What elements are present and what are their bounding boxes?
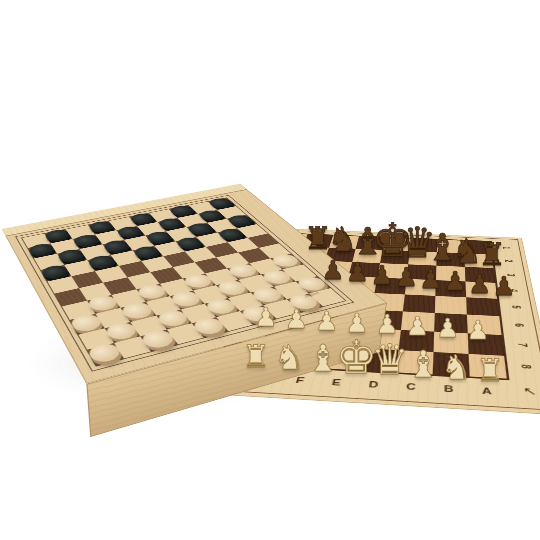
- draughts-square-r9c3: [131, 315, 167, 336]
- draughts-square-r9c1: [78, 328, 114, 350]
- product-photo-stage: HGFEDCBA 12345678 ↖ Jeujura ♜♞♝♚♛♝♞♜♟♟♟♟…: [0, 0, 540, 540]
- cream-checker: [86, 294, 121, 314]
- light-knight: ♞: [274, 340, 304, 374]
- cream-checker: [190, 315, 228, 336]
- draughts-square-r9c6: [204, 298, 240, 317]
- draughts-square-r7c6: [183, 273, 217, 290]
- draughts-square-r8c10: [282, 265, 316, 282]
- cream-checker: [215, 279, 251, 297]
- cream-checker: [168, 289, 204, 308]
- draughts-square-r8c8: [239, 275, 273, 292]
- draughts-square-r8c5: [170, 291, 205, 310]
- light-knight: ♞: [441, 350, 471, 384]
- draughts-square-r5c4: [118, 261, 150, 277]
- light-bishop: ♝: [407, 346, 440, 383]
- draughts-square-r6c1: [55, 288, 88, 306]
- rank-label-8: 8: [506, 356, 540, 377]
- draughts-square-r8c6: [193, 285, 228, 303]
- draughts-square-r7c3: [112, 289, 146, 308]
- light-rook: ♜: [476, 355, 504, 386]
- rank-label-6: 6: [501, 317, 537, 335]
- dark-pawn: ♟: [419, 266, 442, 292]
- draughts-square-r7c2: [87, 295, 121, 314]
- draughts-square-r8c7: [216, 280, 250, 298]
- cream-checker: [103, 320, 140, 342]
- light-rook: ♜: [242, 341, 270, 372]
- dark-pawn: ♟: [492, 273, 515, 299]
- draughts-square-r5c3: [95, 266, 127, 283]
- light-pawn: ♟: [285, 305, 308, 331]
- dark-pawn: ♟: [370, 261, 393, 287]
- draughts-square-r6c6: [173, 262, 206, 278]
- draughts-square-r10c6: [216, 311, 253, 331]
- dark-pawn: ♟: [395, 263, 418, 289]
- draughts-square-r9c5: [180, 304, 216, 324]
- dark-rook: ♜: [478, 239, 506, 270]
- draughts-square-r5c2: [72, 271, 104, 288]
- rank-label-7: 7: [503, 335, 540, 354]
- draughts-square-r6c5: [150, 267, 183, 284]
- draughts-square-r9c2: [105, 322, 141, 343]
- draughts-square-r6c4: [127, 272, 160, 289]
- light-pawn: ♟: [254, 304, 277, 330]
- cream-checker: [86, 341, 124, 365]
- dark-pawn: ♟: [443, 268, 466, 294]
- draughts-square-r5c1: [47, 276, 79, 294]
- dark-pawn: ♟: [346, 259, 369, 285]
- draughts-square-r8c4: [146, 296, 181, 315]
- cream-checker: [120, 301, 156, 321]
- dark-pawn: ♟: [321, 257, 344, 283]
- draughts-square-r6c3: [103, 277, 136, 295]
- rank-label-5: 5: [499, 299, 533, 315]
- cream-checker: [69, 312, 105, 333]
- draughts-square-r7c5: [160, 279, 194, 297]
- draughts-square-r10c1: [87, 343, 124, 366]
- dark-pawn: ♟: [468, 270, 491, 296]
- light-pawn: ♟: [375, 311, 398, 337]
- cream-checker: [181, 272, 216, 290]
- draughts-square-r8c3: [121, 302, 156, 322]
- light-pawn: ♟: [436, 315, 459, 341]
- draughts-square-r4c1: [41, 265, 72, 282]
- draughts-square-r7c1: [62, 301, 96, 320]
- draughts-square-r9c4: [156, 309, 192, 329]
- draughts-square-r10c5: [192, 317, 229, 338]
- light-pawn: ♟: [406, 313, 429, 339]
- draughts-square-r7c4: [136, 284, 170, 302]
- draughts-square-r7c8: [227, 263, 260, 280]
- draughts-square-r8c2: [96, 308, 131, 328]
- cream-checker: [226, 262, 261, 279]
- draughts-square-r7c7: [205, 268, 238, 285]
- draughts-square-r8c9: [261, 270, 295, 287]
- light-bishop: ♝: [306, 340, 339, 377]
- draughts-square-r10c10: [309, 288, 345, 306]
- corner-arrow-icon: ↖: [522, 385, 538, 398]
- draughts-square-r9c9: [273, 281, 308, 299]
- light-queen: ♛: [371, 339, 409, 381]
- draughts-square-r6c2: [79, 283, 112, 301]
- brand-mark: Jeujura: [302, 291, 320, 298]
- black-checker: [39, 263, 71, 280]
- draughts-square-r8c1: [70, 314, 105, 334]
- cream-checker: [203, 296, 240, 316]
- cream-checker: [154, 308, 191, 329]
- cream-checker: [135, 283, 170, 302]
- cream-checker: [139, 328, 177, 351]
- cream-checker: [259, 268, 295, 286]
- draughts-square-r10c3: [141, 330, 178, 352]
- light-pawn: ♟: [466, 317, 489, 343]
- draughts-square-r10c4: [166, 323, 203, 344]
- draughts-square-r10c2: [114, 336, 151, 358]
